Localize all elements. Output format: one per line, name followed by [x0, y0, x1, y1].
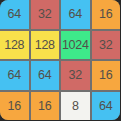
tile-r2c2: 32 — [61, 61, 90, 90]
2048-board[interactable]: 64 32 64 16 128 128 1024 32 64 64 32 16 … — [0, 0, 120, 120]
tile-r2c1: 64 — [31, 61, 60, 90]
tile-r3c3: 64 — [92, 92, 121, 121]
tile-r3c1: 16 — [31, 92, 60, 121]
tile-r0c1: 32 — [31, 0, 60, 29]
tile-r3c0: 16 — [0, 92, 29, 121]
tile-r2c0: 64 — [0, 61, 29, 90]
tile-r2c3: 16 — [92, 61, 121, 90]
tile-r0c3: 16 — [92, 0, 121, 29]
tile-r0c0: 64 — [0, 0, 29, 29]
tile-r0c2: 64 — [61, 0, 90, 29]
tile-r1c2: 1024 — [61, 31, 90, 60]
tile-r1c3: 32 — [92, 31, 121, 60]
tile-r1c1: 128 — [31, 31, 60, 60]
tile-r3c2: 8 — [61, 92, 90, 121]
tile-r1c0: 128 — [0, 31, 29, 60]
